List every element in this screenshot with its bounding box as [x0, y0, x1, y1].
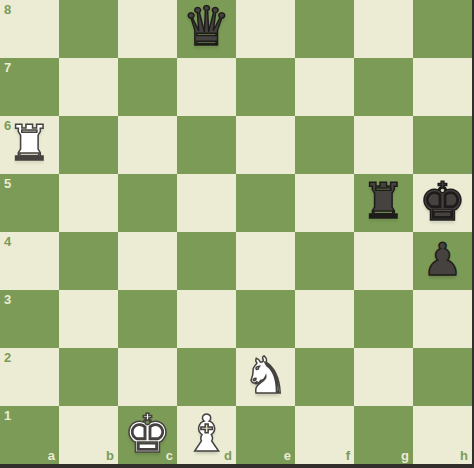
file-label-f: f — [346, 449, 350, 462]
black-rook-g5[interactable]: ♜ — [362, 177, 406, 226]
rank-label-3: 3 — [4, 293, 11, 306]
square-h5[interactable]: ♚ — [413, 174, 472, 232]
square-e1[interactable]: e — [236, 406, 295, 464]
file-label-e: e — [284, 449, 291, 462]
square-d1[interactable]: d♝ — [177, 406, 236, 464]
square-h4[interactable]: ♟ — [413, 232, 472, 290]
black-king-h5[interactable]: ♚ — [419, 175, 467, 228]
square-d3[interactable] — [177, 290, 236, 348]
square-c2[interactable] — [118, 348, 177, 406]
square-f1[interactable]: f — [295, 406, 354, 464]
square-d6[interactable] — [177, 116, 236, 174]
square-h1[interactable]: h — [413, 406, 472, 464]
black-pawn-h4[interactable]: ♟ — [422, 237, 462, 282]
square-d8[interactable]: ♛ — [177, 0, 236, 58]
square-b4[interactable] — [59, 232, 118, 290]
square-a8[interactable]: 8 — [0, 0, 59, 58]
file-label-g: g — [401, 449, 409, 462]
square-b1[interactable]: b — [59, 406, 118, 464]
black-queen-d8[interactable]: ♛ — [182, 0, 230, 54]
square-b5[interactable] — [59, 174, 118, 232]
square-e8[interactable] — [236, 0, 295, 58]
rank-label-5: 5 — [4, 177, 11, 190]
square-g3[interactable] — [354, 290, 413, 348]
square-d7[interactable] — [177, 58, 236, 116]
square-h8[interactable] — [413, 0, 472, 58]
square-d5[interactable] — [177, 174, 236, 232]
square-f5[interactable] — [295, 174, 354, 232]
square-e4[interactable] — [236, 232, 295, 290]
square-a2[interactable]: 2 — [0, 348, 59, 406]
square-h6[interactable] — [413, 116, 472, 174]
square-g1[interactable]: g — [354, 406, 413, 464]
square-d2[interactable] — [177, 348, 236, 406]
white-bishop-d1[interactable]: ♝ — [184, 408, 230, 459]
square-f3[interactable] — [295, 290, 354, 348]
square-b3[interactable] — [59, 290, 118, 348]
square-e5[interactable] — [236, 174, 295, 232]
square-a7[interactable]: 7 — [0, 58, 59, 116]
file-label-h: h — [460, 449, 468, 462]
white-rook-a6[interactable]: ♜ — [8, 119, 52, 168]
square-f7[interactable] — [295, 58, 354, 116]
rank-label-8: 8 — [4, 3, 11, 16]
square-b6[interactable] — [59, 116, 118, 174]
square-c1[interactable]: c♚ — [118, 406, 177, 464]
white-knight-e2[interactable]: ♞ — [243, 350, 289, 401]
file-label-a: a — [48, 449, 55, 462]
square-e6[interactable] — [236, 116, 295, 174]
square-c6[interactable] — [118, 116, 177, 174]
square-f4[interactable] — [295, 232, 354, 290]
app-background: 8♛76♜5♜♚4♟32♞1abc♚d♝efgh — [0, 0, 474, 468]
square-e2[interactable]: ♞ — [236, 348, 295, 406]
square-g8[interactable] — [354, 0, 413, 58]
rank-label-2: 2 — [4, 351, 11, 364]
square-a5[interactable]: 5 — [0, 174, 59, 232]
rank-label-7: 7 — [4, 61, 11, 74]
rank-label-1: 1 — [4, 409, 11, 422]
square-g5[interactable]: ♜ — [354, 174, 413, 232]
square-g7[interactable] — [354, 58, 413, 116]
square-a3[interactable]: 3 — [0, 290, 59, 348]
square-e7[interactable] — [236, 58, 295, 116]
square-d4[interactable] — [177, 232, 236, 290]
square-g2[interactable] — [354, 348, 413, 406]
square-f6[interactable] — [295, 116, 354, 174]
square-a4[interactable]: 4 — [0, 232, 59, 290]
square-b2[interactable] — [59, 348, 118, 406]
square-e3[interactable] — [236, 290, 295, 348]
square-b8[interactable] — [59, 0, 118, 58]
square-c7[interactable] — [118, 58, 177, 116]
square-a6[interactable]: 6♜ — [0, 116, 59, 174]
square-g6[interactable] — [354, 116, 413, 174]
square-c5[interactable] — [118, 174, 177, 232]
square-f2[interactable] — [295, 348, 354, 406]
square-h7[interactable] — [413, 58, 472, 116]
square-a1[interactable]: 1a — [0, 406, 59, 464]
rank-label-4: 4 — [4, 235, 11, 248]
square-h3[interactable] — [413, 290, 472, 348]
square-c3[interactable] — [118, 290, 177, 348]
chess-board[interactable]: 8♛76♜5♜♚4♟32♞1abc♚d♝efgh — [0, 0, 472, 464]
square-b7[interactable] — [59, 58, 118, 116]
file-label-b: b — [106, 449, 114, 462]
white-king-c1[interactable]: ♚ — [124, 407, 172, 460]
square-c8[interactable] — [118, 0, 177, 58]
square-h2[interactable] — [413, 348, 472, 406]
square-g4[interactable] — [354, 232, 413, 290]
square-c4[interactable] — [118, 232, 177, 290]
square-f8[interactable] — [295, 0, 354, 58]
